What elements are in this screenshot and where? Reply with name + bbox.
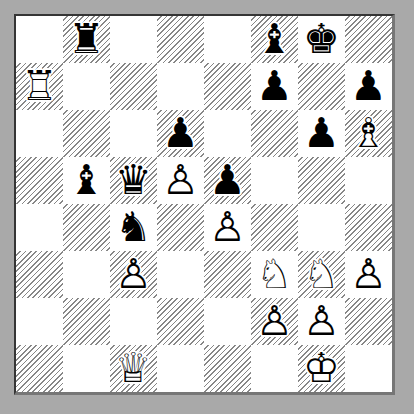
piece-white-pawn-h3[interactable]: ♟♙ — [345, 251, 392, 298]
white-knight-icon: ♘ — [298, 251, 345, 298]
square-g5[interactable] — [298, 157, 345, 204]
square-a2[interactable] — [16, 298, 63, 345]
square-h7[interactable]: ♟♟ — [345, 63, 392, 110]
chessboard: ♜♜♝♝♚♚♜♖♟♟♟♟♟♟♟♟♝♗♝♝♛♛♟♙♟♟♞♞♟♙♟♙♞♘♞♘♟♙♟♙… — [16, 16, 392, 392]
piece-white-pawn-f2[interactable]: ♟♙ — [251, 298, 298, 345]
black-queen-icon: ♛ — [110, 157, 157, 204]
piece-black-pawn-e5[interactable]: ♟♟ — [204, 157, 251, 204]
piece-black-king-g8[interactable]: ♚♚ — [298, 16, 345, 63]
piece-white-rook-a7[interactable]: ♜♖ — [16, 63, 63, 110]
square-h2[interactable] — [345, 298, 392, 345]
square-d3[interactable] — [157, 251, 204, 298]
black-king-icon: ♚ — [298, 16, 345, 63]
square-b5[interactable]: ♝♝ — [63, 157, 110, 204]
square-h6[interactable]: ♝♗ — [345, 110, 392, 157]
square-b6[interactable] — [63, 110, 110, 157]
piece-black-pawn-d6[interactable]: ♟♟ — [157, 110, 204, 157]
square-d6[interactable]: ♟♟ — [157, 110, 204, 157]
square-c6[interactable] — [110, 110, 157, 157]
square-f4[interactable] — [251, 204, 298, 251]
piece-black-pawn-g6[interactable]: ♟♟ — [298, 110, 345, 157]
square-d5[interactable]: ♟♙ — [157, 157, 204, 204]
square-a5[interactable] — [16, 157, 63, 204]
square-e3[interactable] — [204, 251, 251, 298]
square-b4[interactable] — [63, 204, 110, 251]
square-d2[interactable] — [157, 298, 204, 345]
square-a6[interactable] — [16, 110, 63, 157]
black-rook-icon: ♜ — [63, 16, 110, 63]
piece-white-bishop-h6[interactable]: ♝♗ — [345, 110, 392, 157]
square-g8[interactable]: ♚♚ — [298, 16, 345, 63]
square-a8[interactable] — [16, 16, 63, 63]
square-c5[interactable]: ♛♛ — [110, 157, 157, 204]
square-f5[interactable] — [251, 157, 298, 204]
chess-diagram-stage: ♜♜♝♝♚♚♜♖♟♟♟♟♟♟♟♟♝♗♝♝♛♛♟♙♟♟♞♞♟♙♟♙♞♘♞♘♟♙♟♙… — [0, 0, 414, 414]
black-knight-icon: ♞ — [110, 204, 157, 251]
square-e5[interactable]: ♟♟ — [204, 157, 251, 204]
piece-white-knight-g3[interactable]: ♞♘ — [298, 251, 345, 298]
white-pawn-icon: ♙ — [157, 157, 204, 204]
white-bishop-icon: ♗ — [345, 110, 392, 157]
piece-white-pawn-g2[interactable]: ♟♙ — [298, 298, 345, 345]
square-e1[interactable] — [204, 345, 251, 392]
black-pawn-icon: ♟ — [251, 63, 298, 110]
black-bishop-icon: ♝ — [251, 16, 298, 63]
piece-black-pawn-f7[interactable]: ♟♟ — [251, 63, 298, 110]
square-c2[interactable] — [110, 298, 157, 345]
piece-black-bishop-b5[interactable]: ♝♝ — [63, 157, 110, 204]
piece-black-bishop-f8[interactable]: ♝♝ — [251, 16, 298, 63]
square-g7[interactable] — [298, 63, 345, 110]
piece-white-knight-f3[interactable]: ♞♘ — [251, 251, 298, 298]
square-g3[interactable]: ♞♘ — [298, 251, 345, 298]
square-b2[interactable] — [63, 298, 110, 345]
white-pawn-icon: ♙ — [251, 298, 298, 345]
white-pawn-icon: ♙ — [204, 204, 251, 251]
white-knight-icon: ♘ — [251, 251, 298, 298]
white-pawn-icon: ♙ — [345, 251, 392, 298]
piece-black-knight-c4[interactable]: ♞♞ — [110, 204, 157, 251]
black-pawn-icon: ♟ — [298, 110, 345, 157]
white-pawn-icon: ♙ — [110, 251, 157, 298]
white-rook-icon: ♖ — [16, 63, 63, 110]
square-h1[interactable] — [345, 345, 392, 392]
square-g6[interactable]: ♟♟ — [298, 110, 345, 157]
piece-white-king-g1[interactable]: ♚♔ — [298, 345, 345, 392]
black-pawn-icon: ♟ — [345, 63, 392, 110]
square-e4[interactable]: ♟♙ — [204, 204, 251, 251]
black-pawn-icon: ♟ — [157, 110, 204, 157]
square-f2[interactable]: ♟♙ — [251, 298, 298, 345]
square-h8[interactable] — [345, 16, 392, 63]
square-c1[interactable]: ♛♕ — [110, 345, 157, 392]
square-g1[interactable]: ♚♔ — [298, 345, 345, 392]
square-g4[interactable] — [298, 204, 345, 251]
square-c8[interactable] — [110, 16, 157, 63]
square-a4[interactable] — [16, 204, 63, 251]
board-frame: ♜♜♝♝♚♚♜♖♟♟♟♟♟♟♟♟♝♗♝♝♛♛♟♙♟♟♞♞♟♙♟♙♞♘♞♘♟♙♟♙… — [14, 14, 395, 395]
piece-black-rook-b8[interactable]: ♜♜ — [63, 16, 110, 63]
square-a7[interactable]: ♜♖ — [16, 63, 63, 110]
square-f3[interactable]: ♞♘ — [251, 251, 298, 298]
square-g2[interactable]: ♟♙ — [298, 298, 345, 345]
white-queen-icon: ♕ — [110, 345, 157, 392]
square-d8[interactable] — [157, 16, 204, 63]
square-b1[interactable] — [63, 345, 110, 392]
square-h4[interactable] — [345, 204, 392, 251]
square-f1[interactable] — [251, 345, 298, 392]
white-king-icon: ♔ — [298, 345, 345, 392]
square-c4[interactable]: ♞♞ — [110, 204, 157, 251]
square-e2[interactable] — [204, 298, 251, 345]
piece-white-pawn-e4[interactable]: ♟♙ — [204, 204, 251, 251]
square-a1[interactable] — [16, 345, 63, 392]
piece-white-pawn-c3[interactable]: ♟♙ — [110, 251, 157, 298]
square-a3[interactable] — [16, 251, 63, 298]
square-f8[interactable]: ♝♝ — [251, 16, 298, 63]
piece-white-pawn-d5[interactable]: ♟♙ — [157, 157, 204, 204]
piece-black-queen-c5[interactable]: ♛♛ — [110, 157, 157, 204]
square-d7[interactable] — [157, 63, 204, 110]
black-pawn-icon: ♟ — [204, 157, 251, 204]
square-h3[interactable]: ♟♙ — [345, 251, 392, 298]
piece-black-pawn-h7[interactable]: ♟♟ — [345, 63, 392, 110]
square-e8[interactable] — [204, 16, 251, 63]
square-e7[interactable] — [204, 63, 251, 110]
square-d4[interactable] — [157, 204, 204, 251]
square-e6[interactable] — [204, 110, 251, 157]
square-c3[interactable]: ♟♙ — [110, 251, 157, 298]
square-h5[interactable] — [345, 157, 392, 204]
square-b3[interactable] — [63, 251, 110, 298]
square-b8[interactable]: ♜♜ — [63, 16, 110, 63]
square-b7[interactable] — [63, 63, 110, 110]
square-c7[interactable] — [110, 63, 157, 110]
piece-white-queen-c1[interactable]: ♛♕ — [110, 345, 157, 392]
square-d1[interactable] — [157, 345, 204, 392]
black-bishop-icon: ♝ — [63, 157, 110, 204]
square-f6[interactable] — [251, 110, 298, 157]
square-f7[interactable]: ♟♟ — [251, 63, 298, 110]
white-pawn-icon: ♙ — [298, 298, 345, 345]
